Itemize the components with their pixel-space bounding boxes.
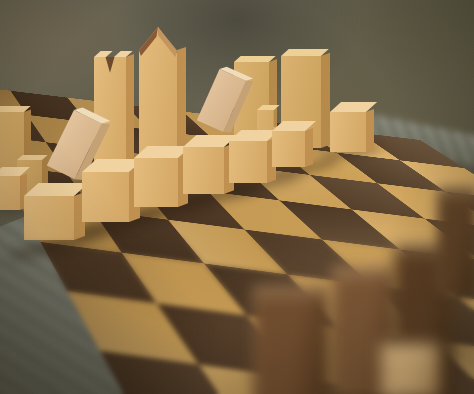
photo-scene (0, 0, 474, 394)
foreground-pieces-layer (0, 0, 474, 394)
black-pawn-light[interactable] (381, 344, 439, 394)
black-piece-1[interactable] (253, 286, 329, 394)
black-piece-4[interactable] (437, 186, 474, 294)
